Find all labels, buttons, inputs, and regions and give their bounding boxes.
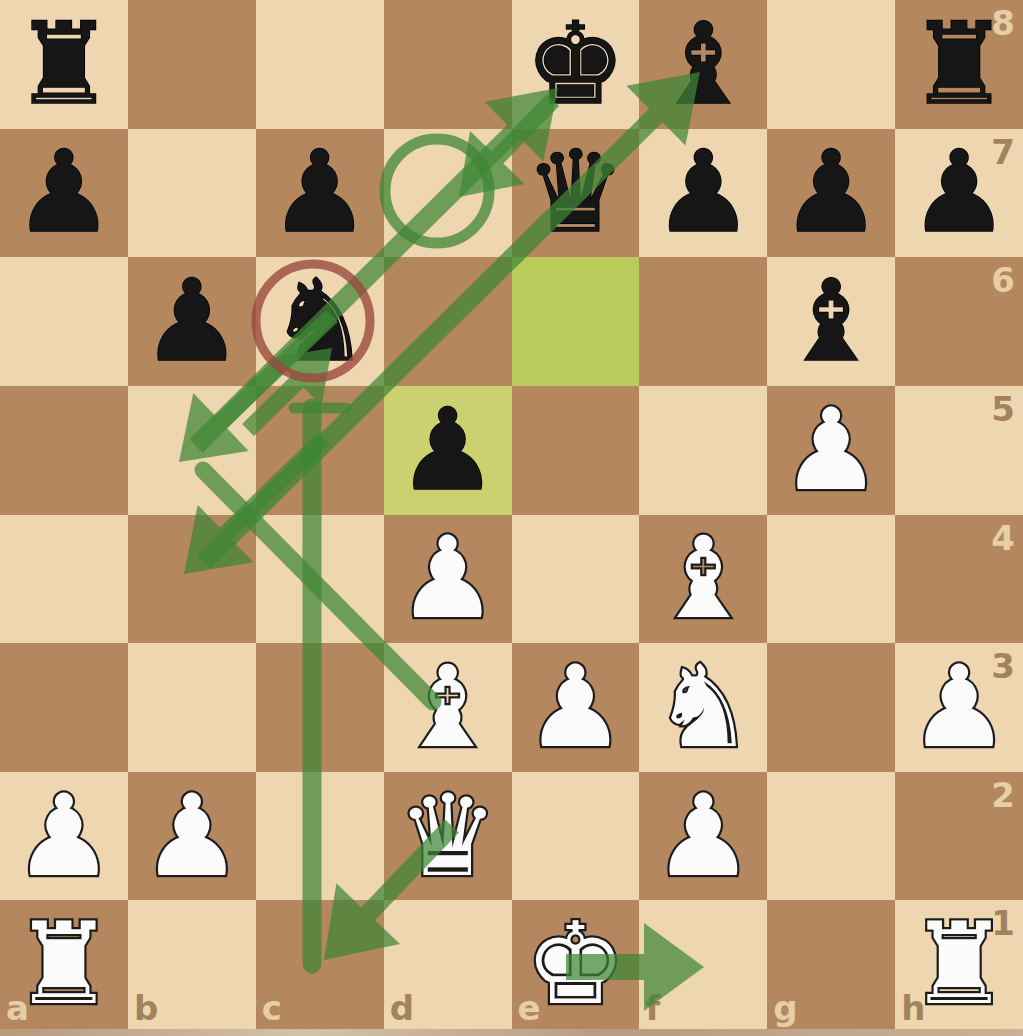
square-h8[interactable]: 8♜ <box>895 0 1023 129</box>
square-g5[interactable]: ♟ <box>767 386 895 515</box>
square-c2[interactable] <box>256 772 384 901</box>
piece-black-rook-h8[interactable]: ♜ <box>895 0 1023 129</box>
square-f8[interactable]: ♝ <box>639 0 767 129</box>
piece-black-pawn-g7[interactable]: ♟ <box>767 129 895 258</box>
square-a4[interactable] <box>0 515 128 644</box>
chess-board-screenshot: ♜♚♝8♜♟♟♛♟♟7♟♟♞♝6♟♟5♟♝4♝♟♞3♟♟♟♛♟2a♜bcde♚f… <box>0 0 1023 1036</box>
square-h6[interactable]: 6 <box>895 257 1023 386</box>
piece-white-pawn-d4[interactable]: ♟ <box>384 515 512 644</box>
square-g3[interactable] <box>767 643 895 772</box>
file-label-c: c <box>262 991 282 1025</box>
square-g7[interactable]: ♟ <box>767 129 895 258</box>
square-b5[interactable] <box>128 386 256 515</box>
file-label-d: d <box>390 991 414 1025</box>
square-d8[interactable] <box>384 0 512 129</box>
piece-white-bishop-f4[interactable]: ♝ <box>639 515 767 644</box>
square-h4[interactable]: 4 <box>895 515 1023 644</box>
square-g8[interactable] <box>767 0 895 129</box>
piece-white-king-e1[interactable]: ♚ <box>512 900 640 1029</box>
piece-black-pawn-h7[interactable]: ♟ <box>895 129 1023 258</box>
piece-white-pawn-b2[interactable]: ♟ <box>128 772 256 901</box>
piece-white-pawn-a2[interactable]: ♟ <box>0 772 128 901</box>
piece-black-king-e8[interactable]: ♚ <box>512 0 640 129</box>
piece-black-pawn-d5[interactable]: ♟ <box>384 386 512 515</box>
square-g4[interactable] <box>767 515 895 644</box>
square-f7[interactable]: ♟ <box>639 129 767 258</box>
square-b8[interactable] <box>128 0 256 129</box>
square-h2[interactable]: 2 <box>895 772 1023 901</box>
square-h3[interactable]: 3♟ <box>895 643 1023 772</box>
square-e1[interactable]: e♚ <box>512 900 640 1029</box>
rank-label-6: 6 <box>991 263 1015 297</box>
piece-black-pawn-c7[interactable]: ♟ <box>256 129 384 258</box>
board-bottom-edge <box>0 1029 1023 1036</box>
square-b6[interactable]: ♟ <box>128 257 256 386</box>
piece-white-pawn-f2[interactable]: ♟ <box>639 772 767 901</box>
piece-black-pawn-b6[interactable]: ♟ <box>128 257 256 386</box>
square-f1[interactable]: f <box>639 900 767 1029</box>
file-label-f: f <box>645 991 660 1025</box>
square-e8[interactable]: ♚ <box>512 0 640 129</box>
square-b4[interactable] <box>128 515 256 644</box>
piece-white-queen-d2[interactable]: ♛ <box>384 772 512 901</box>
square-g1[interactable]: g <box>767 900 895 1029</box>
rank-label-4: 4 <box>991 521 1015 555</box>
piece-black-knight-c6[interactable]: ♞ <box>256 257 384 386</box>
piece-black-rook-a8[interactable]: ♜ <box>0 0 128 129</box>
square-b7[interactable] <box>128 129 256 258</box>
square-c4[interactable] <box>256 515 384 644</box>
square-h1[interactable]: 1h♜ <box>895 900 1023 1029</box>
square-c8[interactable] <box>256 0 384 129</box>
square-b1[interactable]: b <box>128 900 256 1029</box>
piece-white-rook-a1[interactable]: ♜ <box>0 900 128 1029</box>
piece-black-pawn-a7[interactable]: ♟ <box>0 129 128 258</box>
square-b3[interactable] <box>128 643 256 772</box>
square-e4[interactable] <box>512 515 640 644</box>
square-e5[interactable] <box>512 386 640 515</box>
square-c3[interactable] <box>256 643 384 772</box>
square-c7[interactable]: ♟ <box>256 129 384 258</box>
square-b2[interactable]: ♟ <box>128 772 256 901</box>
square-d4[interactable]: ♟ <box>384 515 512 644</box>
square-e2[interactable] <box>512 772 640 901</box>
square-d3[interactable]: ♝ <box>384 643 512 772</box>
piece-black-pawn-f7[interactable]: ♟ <box>639 129 767 258</box>
chess-board: ♜♚♝8♜♟♟♛♟♟7♟♟♞♝6♟♟5♟♝4♝♟♞3♟♟♟♛♟2a♜bcde♚f… <box>0 0 1023 1029</box>
square-e6[interactable] <box>512 257 640 386</box>
piece-black-bishop-f8[interactable]: ♝ <box>639 0 767 129</box>
square-h5[interactable]: 5 <box>895 386 1023 515</box>
piece-black-bishop-g6[interactable]: ♝ <box>767 257 895 386</box>
rank-label-5: 5 <box>991 392 1015 426</box>
square-a5[interactable] <box>0 386 128 515</box>
square-f4[interactable]: ♝ <box>639 515 767 644</box>
square-d7[interactable] <box>384 129 512 258</box>
square-a6[interactable] <box>0 257 128 386</box>
square-a8[interactable]: ♜ <box>0 0 128 129</box>
square-c5[interactable] <box>256 386 384 515</box>
piece-white-knight-f3[interactable]: ♞ <box>639 643 767 772</box>
piece-black-queen-e7[interactable]: ♛ <box>512 129 640 258</box>
piece-white-bishop-d3[interactable]: ♝ <box>384 643 512 772</box>
file-label-g: g <box>773 991 797 1025</box>
square-g6[interactable]: ♝ <box>767 257 895 386</box>
file-label-b: b <box>134 991 158 1025</box>
rank-label-2: 2 <box>991 778 1015 812</box>
square-f6[interactable] <box>639 257 767 386</box>
square-a3[interactable] <box>0 643 128 772</box>
square-c6[interactable]: ♞ <box>256 257 384 386</box>
square-a7[interactable]: ♟ <box>0 129 128 258</box>
square-d6[interactable] <box>384 257 512 386</box>
square-c1[interactable]: c <box>256 900 384 1029</box>
square-d1[interactable]: d <box>384 900 512 1029</box>
piece-white-pawn-g5[interactable]: ♟ <box>767 386 895 515</box>
square-e7[interactable]: ♛ <box>512 129 640 258</box>
square-f5[interactable] <box>639 386 767 515</box>
square-d5[interactable]: ♟ <box>384 386 512 515</box>
square-e3[interactable]: ♟ <box>512 643 640 772</box>
square-f3[interactable]: ♞ <box>639 643 767 772</box>
square-h7[interactable]: 7♟ <box>895 129 1023 258</box>
piece-white-rook-h1[interactable]: ♜ <box>895 900 1023 1029</box>
piece-white-pawn-e3[interactable]: ♟ <box>512 643 640 772</box>
square-a1[interactable]: a♜ <box>0 900 128 1029</box>
square-d2[interactable]: ♛ <box>384 772 512 901</box>
square-a2[interactable]: ♟ <box>0 772 128 901</box>
square-g2[interactable] <box>767 772 895 901</box>
piece-white-pawn-h3[interactable]: ♟ <box>895 643 1023 772</box>
square-f2[interactable]: ♟ <box>639 772 767 901</box>
